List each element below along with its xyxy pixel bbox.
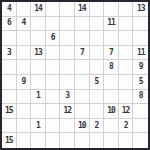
cell-r8c3-empty[interactable] bbox=[31, 104, 46, 119]
cell-r4c3-clue[interactable]: 13 bbox=[31, 46, 46, 61]
cell-r10c4-empty[interactable] bbox=[46, 133, 61, 148]
cell-r6c10-clue[interactable]: 5 bbox=[133, 75, 148, 90]
cell-r8c7-empty[interactable] bbox=[90, 104, 105, 119]
cell-r3c5-empty[interactable] bbox=[60, 31, 75, 46]
cell-r2c5-empty[interactable] bbox=[60, 17, 75, 32]
cell-r2c6-empty[interactable] bbox=[75, 17, 90, 32]
cell-r9c2-empty[interactable] bbox=[17, 119, 32, 134]
cell-r8c6-empty[interactable] bbox=[75, 104, 90, 119]
cell-r10c3-empty[interactable] bbox=[31, 133, 46, 148]
cell-r2c10-empty[interactable] bbox=[133, 17, 148, 32]
cell-r1c7-empty[interactable] bbox=[90, 2, 105, 17]
cell-r9c7-clue[interactable]: 2 bbox=[90, 119, 105, 134]
cell-r2c9-empty[interactable] bbox=[119, 17, 134, 32]
cell-r7c5-clue[interactable]: 3 bbox=[60, 90, 75, 105]
cell-r5c6-empty[interactable] bbox=[75, 60, 90, 75]
cell-r10c6-empty[interactable] bbox=[75, 133, 90, 148]
cell-r8c5-clue[interactable]: 12 bbox=[60, 104, 75, 119]
cell-r3c6-empty[interactable] bbox=[75, 31, 90, 46]
cell-r9c10-empty[interactable] bbox=[133, 119, 148, 134]
cell-r4c6-clue[interactable]: 7 bbox=[75, 46, 90, 61]
cell-r6c4-empty[interactable] bbox=[46, 75, 61, 90]
cell-r1c8-empty[interactable] bbox=[104, 2, 119, 17]
cell-r6c1-empty[interactable] bbox=[2, 75, 17, 90]
cell-r4c2-empty[interactable] bbox=[17, 46, 32, 61]
cell-r4c9-empty[interactable] bbox=[119, 46, 134, 61]
cell-r5c1-empty[interactable] bbox=[2, 60, 17, 75]
cell-r9c4-empty[interactable] bbox=[46, 119, 61, 134]
cell-r10c1-clue[interactable]: 15 bbox=[2, 133, 17, 148]
cell-r5c7-empty[interactable] bbox=[90, 60, 105, 75]
cell-r3c10-empty[interactable] bbox=[133, 31, 148, 46]
cell-r2c7-empty[interactable] bbox=[90, 17, 105, 32]
cell-r5c9-empty[interactable] bbox=[119, 60, 134, 75]
cell-r3c8-empty[interactable] bbox=[104, 31, 119, 46]
cell-r2c4-empty[interactable] bbox=[46, 17, 61, 32]
cell-r6c5-empty[interactable] bbox=[60, 75, 75, 90]
cell-r4c1-clue[interactable]: 3 bbox=[2, 46, 17, 61]
cell-r7c1-empty[interactable] bbox=[2, 90, 17, 105]
cell-r10c2-empty[interactable] bbox=[17, 133, 32, 148]
cell-r3c9-empty[interactable] bbox=[119, 31, 134, 46]
cell-r6c6-empty[interactable] bbox=[75, 75, 90, 90]
cell-r4c4-empty[interactable] bbox=[46, 46, 61, 61]
cell-r9c6-clue[interactable]: 10 bbox=[75, 119, 90, 134]
cell-r2c8-clue[interactable]: 11 bbox=[104, 17, 119, 32]
cell-r6c7-clue[interactable]: 5 bbox=[90, 75, 105, 90]
cell-r6c2-clue[interactable]: 9 bbox=[17, 75, 32, 90]
cell-r8c2-empty[interactable] bbox=[17, 104, 32, 119]
cell-r1c4-empty[interactable] bbox=[46, 2, 61, 17]
cell-r9c8-empty[interactable] bbox=[104, 119, 119, 134]
cell-r7c8-empty[interactable] bbox=[104, 90, 119, 105]
cell-r2c2-clue[interactable]: 4 bbox=[17, 17, 32, 32]
cell-r7c4-empty[interactable] bbox=[46, 90, 61, 105]
cell-r4c8-clue[interactable]: 7 bbox=[104, 46, 119, 61]
cell-r3c3-empty[interactable] bbox=[31, 31, 46, 46]
cell-r6c9-empty[interactable] bbox=[119, 75, 134, 90]
cell-r9c1-empty[interactable] bbox=[2, 119, 17, 134]
cell-r3c4-clue[interactable]: 6 bbox=[46, 31, 61, 46]
cell-r1c3-clue[interactable]: 14 bbox=[31, 2, 46, 17]
cell-r4c10-clue[interactable]: 11 bbox=[133, 46, 148, 61]
cell-r5c8-clue[interactable]: 8 bbox=[104, 60, 119, 75]
cell-r8c8-clue[interactable]: 10 bbox=[104, 104, 119, 119]
cell-r1c9-empty[interactable] bbox=[119, 2, 134, 17]
cell-r1c5-empty[interactable] bbox=[60, 2, 75, 17]
cell-r2c1-clue[interactable]: 6 bbox=[2, 17, 17, 32]
cell-r7c2-empty[interactable] bbox=[17, 90, 32, 105]
cell-r6c8-empty[interactable] bbox=[104, 75, 119, 90]
puzzle-board: 4141413641163137711899551381512101211022… bbox=[0, 0, 150, 150]
cell-r8c10-empty[interactable] bbox=[133, 104, 148, 119]
cell-r1c2-empty[interactable] bbox=[17, 2, 32, 17]
cell-r1c10-clue[interactable]: 13 bbox=[133, 2, 148, 17]
cell-r5c5-empty[interactable] bbox=[60, 60, 75, 75]
cell-r10c5-empty[interactable] bbox=[60, 133, 75, 148]
cell-r10c9-empty[interactable] bbox=[119, 133, 134, 148]
cell-r7c7-empty[interactable] bbox=[90, 90, 105, 105]
cell-r4c7-empty[interactable] bbox=[90, 46, 105, 61]
cell-r4c5-empty[interactable] bbox=[60, 46, 75, 61]
cell-r7c3-clue[interactable]: 1 bbox=[31, 90, 46, 105]
cell-r9c5-empty[interactable] bbox=[60, 119, 75, 134]
cell-r8c9-clue[interactable]: 12 bbox=[119, 104, 134, 119]
cell-r5c4-empty[interactable] bbox=[46, 60, 61, 75]
cell-r6c3-empty[interactable] bbox=[31, 75, 46, 90]
cell-r5c2-empty[interactable] bbox=[17, 60, 32, 75]
cell-r9c9-clue[interactable]: 2 bbox=[119, 119, 134, 134]
cell-r8c1-clue[interactable]: 15 bbox=[2, 104, 17, 119]
cell-r10c10-empty[interactable] bbox=[133, 133, 148, 148]
cell-r1c6-clue[interactable]: 14 bbox=[75, 2, 90, 17]
cell-r3c1-empty[interactable] bbox=[2, 31, 17, 46]
cell-r10c8-empty[interactable] bbox=[104, 133, 119, 148]
cell-r3c7-empty[interactable] bbox=[90, 31, 105, 46]
cell-r10c7-empty[interactable] bbox=[90, 133, 105, 148]
cell-r7c9-empty[interactable] bbox=[119, 90, 134, 105]
cell-r5c10-clue[interactable]: 9 bbox=[133, 60, 148, 75]
cell-r1c1-clue[interactable]: 4 bbox=[2, 2, 17, 17]
cell-r8c4-empty[interactable] bbox=[46, 104, 61, 119]
cell-r7c10-clue[interactable]: 8 bbox=[133, 90, 148, 105]
cell-r9c3-clue[interactable]: 1 bbox=[31, 119, 46, 134]
cell-r7c6-empty[interactable] bbox=[75, 90, 90, 105]
cell-r3c2-empty[interactable] bbox=[17, 31, 32, 46]
cell-r2c3-empty[interactable] bbox=[31, 17, 46, 32]
cell-r5c3-empty[interactable] bbox=[31, 60, 46, 75]
